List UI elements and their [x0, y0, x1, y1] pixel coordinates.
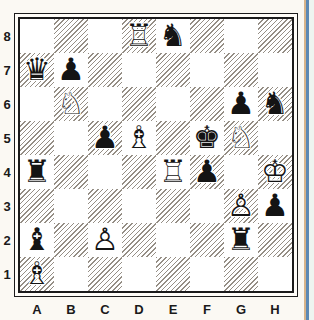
square-h6[interactable]: ♞	[258, 87, 292, 121]
square-f5[interactable]: ♚	[190, 121, 224, 155]
file-label-c: C	[88, 300, 122, 318]
square-g2[interactable]: ♜	[224, 223, 258, 257]
square-b8[interactable]	[54, 19, 88, 53]
square-f2[interactable]	[190, 223, 224, 257]
piece-black-rook: ♜	[23, 156, 51, 187]
square-d5[interactable]: ♗	[122, 121, 156, 155]
square-a2[interactable]: ♝	[20, 223, 54, 257]
file-label-f: F	[190, 300, 224, 318]
piece-black-pawn: ♟	[193, 156, 221, 187]
square-b1[interactable]	[54, 257, 88, 291]
square-a8[interactable]	[20, 19, 54, 53]
square-d7[interactable]	[122, 53, 156, 87]
rank-label-7: 7	[3, 53, 10, 87]
square-d4[interactable]	[122, 155, 156, 189]
square-h5[interactable]	[258, 121, 292, 155]
square-g6[interactable]: ♟	[224, 87, 258, 121]
square-e3[interactable]	[156, 189, 190, 223]
square-e7[interactable]	[156, 53, 190, 87]
piece-white-rook: ♖	[159, 156, 187, 187]
square-h4[interactable]: ♔	[258, 155, 292, 189]
square-f4[interactable]: ♟	[190, 155, 224, 189]
piece-black-pawn: ♟	[57, 54, 85, 85]
square-f3[interactable]	[190, 189, 224, 223]
piece-black-bishop: ♝	[23, 224, 51, 255]
file-label-a: A	[20, 300, 54, 318]
square-b2[interactable]	[54, 223, 88, 257]
square-c3[interactable]	[88, 189, 122, 223]
piece-white-rook: ♖	[125, 20, 153, 51]
square-c4[interactable]	[88, 155, 122, 189]
rank-label-8: 8	[3, 19, 10, 53]
piece-white-pawn: ♙	[91, 224, 119, 255]
file-label-e: E	[156, 300, 190, 318]
chess-board: ♖♞♛♟♘♟♞♟♗♚♘♜♖♟♔♙♟♝♙♜♗	[18, 17, 294, 293]
piece-black-pawn: ♟	[91, 122, 119, 153]
square-g7[interactable]	[224, 53, 258, 87]
square-d8[interactable]: ♖	[122, 19, 156, 53]
rank-label-1: 1	[3, 257, 10, 291]
square-c6[interactable]	[88, 87, 122, 121]
square-e1[interactable]	[156, 257, 190, 291]
piece-black-pawn: ♟	[227, 88, 255, 119]
rank-label-5: 5	[3, 121, 10, 155]
square-f8[interactable]	[190, 19, 224, 53]
square-a4[interactable]: ♜	[20, 155, 54, 189]
square-d2[interactable]	[122, 223, 156, 257]
rank-label-3: 3	[3, 189, 10, 223]
square-e8[interactable]: ♞	[156, 19, 190, 53]
square-a1[interactable]: ♗	[20, 257, 54, 291]
square-b7[interactable]: ♟	[54, 53, 88, 87]
square-c8[interactable]	[88, 19, 122, 53]
piece-white-king: ♔	[261, 156, 289, 187]
square-h7[interactable]	[258, 53, 292, 87]
square-c7[interactable]	[88, 53, 122, 87]
square-e5[interactable]	[156, 121, 190, 155]
rank-label-4: 4	[3, 155, 10, 189]
square-c2[interactable]: ♙	[88, 223, 122, 257]
piece-black-rook: ♜	[227, 224, 255, 255]
square-g4[interactable]	[224, 155, 258, 189]
square-g3[interactable]: ♙	[224, 189, 258, 223]
board-frame: ♖♞♛♟♘♟♞♟♗♚♘♜♖♟♔♙♟♝♙♜♗	[14, 13, 298, 297]
square-g5[interactable]: ♘	[224, 121, 258, 155]
board-column: ♖♞♛♟♘♟♞♟♗♚♘♜♖♟♔♙♟♝♙♜♗ ABCDEFGH	[14, 13, 298, 318]
scan-edge-light-strip	[309, 0, 314, 320]
piece-white-pawn: ♙	[227, 190, 255, 221]
square-h3[interactable]: ♟	[258, 189, 292, 223]
chess-diagram: 87654321 ♖♞♛♟♘♟♞♟♗♚♘♜♖♟♔♙♟♝♙♜♗ ABCDEFGH	[0, 13, 298, 318]
square-e2[interactable]	[156, 223, 190, 257]
file-label-d: D	[122, 300, 156, 318]
piece-black-queen: ♛	[23, 54, 51, 85]
file-label-g: G	[224, 300, 258, 318]
file-label-b: B	[54, 300, 88, 318]
square-f6[interactable]	[190, 87, 224, 121]
piece-white-knight: ♘	[57, 88, 85, 119]
square-d3[interactable]	[122, 189, 156, 223]
piece-black-king: ♚	[193, 122, 221, 153]
rank-labels: 87654321	[0, 13, 14, 318]
square-b3[interactable]	[54, 189, 88, 223]
square-h1[interactable]	[258, 257, 292, 291]
square-h2[interactable]	[258, 223, 292, 257]
square-a5[interactable]	[20, 121, 54, 155]
square-c5[interactable]: ♟	[88, 121, 122, 155]
piece-white-knight: ♘	[227, 122, 255, 153]
square-f7[interactable]	[190, 53, 224, 87]
square-b4[interactable]	[54, 155, 88, 189]
square-d1[interactable]	[122, 257, 156, 291]
square-g1[interactable]	[224, 257, 258, 291]
square-c1[interactable]	[88, 257, 122, 291]
square-e6[interactable]	[156, 87, 190, 121]
square-b5[interactable]	[54, 121, 88, 155]
square-e4[interactable]: ♖	[156, 155, 190, 189]
square-d6[interactable]	[122, 87, 156, 121]
piece-black-knight: ♞	[261, 88, 289, 119]
file-label-h: H	[258, 300, 292, 318]
square-a3[interactable]	[20, 189, 54, 223]
square-g8[interactable]	[224, 19, 258, 53]
piece-white-bishop: ♗	[125, 122, 153, 153]
file-labels: ABCDEFGH	[14, 300, 298, 318]
rank-label-2: 2	[3, 223, 10, 257]
square-b6[interactable]: ♘	[54, 87, 88, 121]
square-h8[interactable]	[258, 19, 292, 53]
piece-black-knight: ♞	[159, 20, 187, 51]
piece-black-pawn: ♟	[261, 190, 289, 221]
square-a6[interactable]	[20, 87, 54, 121]
piece-white-bishop: ♗	[23, 258, 51, 289]
square-f1[interactable]	[190, 257, 224, 291]
square-a7[interactable]: ♛	[20, 53, 54, 87]
rank-label-6: 6	[3, 87, 10, 121]
